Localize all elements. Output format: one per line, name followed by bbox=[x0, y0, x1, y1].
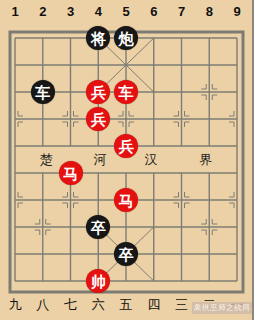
file-label-bottom-3: 七 bbox=[64, 296, 77, 314]
window-edge bbox=[252, 0, 254, 320]
piece-red-horse[interactable]: 马 bbox=[114, 188, 138, 212]
file-label-bottom-7: 三 bbox=[175, 296, 188, 314]
file-label-top-1: 1 bbox=[11, 4, 18, 19]
watermark: 象棋巫师之残局 bbox=[192, 302, 252, 314]
file-label-bottom-1: 九 bbox=[9, 296, 22, 314]
piece-red-soldier[interactable]: 兵 bbox=[86, 107, 110, 131]
xiangqi-app: 123456789 楚河汉界 九八七六五四三二一 将炮车兵车兵兵马马卒卒帅 象棋… bbox=[0, 0, 254, 320]
file-label-top-9: 9 bbox=[233, 4, 240, 19]
river-label-3: 汉 bbox=[145, 151, 158, 169]
file-label-top-2: 2 bbox=[39, 4, 46, 19]
file-label-bottom-4: 六 bbox=[92, 296, 105, 314]
piece-red-soldier[interactable]: 兵 bbox=[86, 80, 110, 104]
river-label-2: 河 bbox=[94, 151, 107, 169]
piece-black-soldier[interactable]: 卒 bbox=[86, 215, 110, 239]
piece-red-chariot[interactable]: 车 bbox=[114, 80, 138, 104]
file-label-top-7: 7 bbox=[178, 4, 185, 19]
file-label-bottom-6: 四 bbox=[147, 296, 160, 314]
file-label-top-4: 4 bbox=[95, 4, 102, 19]
file-label-top-8: 8 bbox=[206, 4, 213, 19]
piece-red-horse[interactable]: 马 bbox=[59, 161, 83, 185]
river-label-1: 楚 bbox=[40, 151, 53, 169]
file-label-top-5: 5 bbox=[122, 4, 129, 19]
river-label-4: 界 bbox=[200, 151, 213, 169]
piece-black-cannon[interactable]: 炮 bbox=[114, 26, 138, 50]
piece-red-general[interactable]: 帅 bbox=[86, 269, 110, 293]
file-label-bottom-5: 五 bbox=[120, 296, 133, 314]
file-label-bottom-2: 八 bbox=[36, 296, 49, 314]
piece-black-chariot[interactable]: 车 bbox=[31, 80, 55, 104]
file-label-top-3: 3 bbox=[67, 4, 74, 19]
piece-black-soldier[interactable]: 卒 bbox=[114, 242, 138, 266]
file-label-top-6: 6 bbox=[150, 4, 157, 19]
piece-red-soldier[interactable]: 兵 bbox=[114, 134, 138, 158]
piece-black-general[interactable]: 将 bbox=[86, 26, 110, 50]
